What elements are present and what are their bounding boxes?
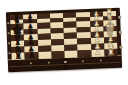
square-a8[interactable]: ♜: [11, 53, 25, 60]
box-front-seam: [65, 58, 66, 70]
front-stud-icon: [30, 62, 32, 64]
coordinate-mark: [7, 32, 9, 34]
clasp-icon: [63, 61, 66, 63]
square-a4[interactable]: [64, 51, 78, 58]
white-pawn: ♟: [94, 50, 101, 57]
hinge-icon: [118, 16, 121, 19]
white-rook: ♜: [107, 48, 115, 56]
chess-board: ♜♟♟♜♞♟♟♞♝♟♟♝♚♟♟♚♛♟♟♛♝♟♟♝♞♟♟♞♜♟♟♜: [6, 8, 122, 73]
black-pawn: ♟: [28, 52, 35, 59]
product-photo-scene: ♜♟♟♜♞♟♟♞♝♟♟♝♚♟♟♚♛♟♟♛♝♟♟♝♞♟♟♞♜♟♟♜: [0, 0, 128, 85]
square-a7[interactable]: ♟: [25, 52, 39, 59]
coordinate-mark: [8, 52, 10, 54]
hinge-icon: [119, 31, 122, 34]
coordinate-mark: [7, 22, 9, 24]
square-a5[interactable]: [51, 51, 65, 58]
square-a3[interactable]: [78, 50, 92, 57]
coordinate-mark: [8, 42, 10, 44]
front-stud-icon: [100, 59, 102, 61]
square-a6[interactable]: [38, 52, 52, 59]
square-a2[interactable]: ♟: [91, 50, 105, 57]
hinge-icon: [119, 46, 122, 49]
square-a1[interactable]: ♜: [104, 49, 118, 56]
front-stud-icon: [48, 62, 50, 64]
black-rook: ♜: [14, 52, 22, 60]
front-stud-icon: [82, 60, 84, 62]
playing-area: ♜♟♟♜♞♟♟♞♝♟♟♝♚♟♟♚♛♟♟♛♝♟♟♝♞♟♟♞♜♟♟♜: [10, 11, 118, 60]
